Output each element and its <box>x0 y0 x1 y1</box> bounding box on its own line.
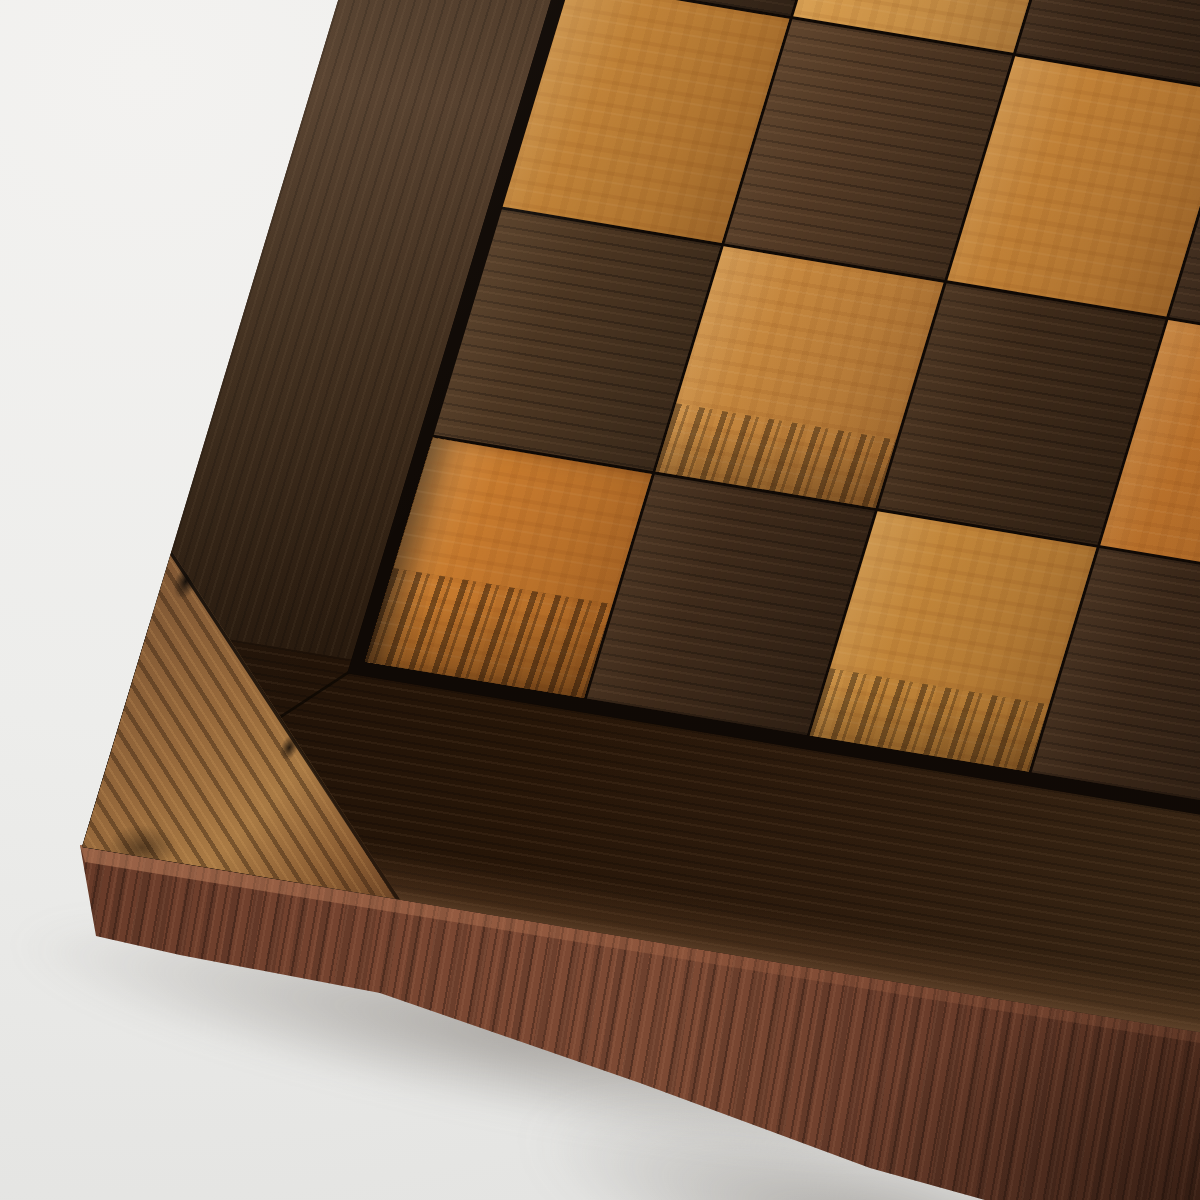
photo-background <box>0 0 1200 1200</box>
